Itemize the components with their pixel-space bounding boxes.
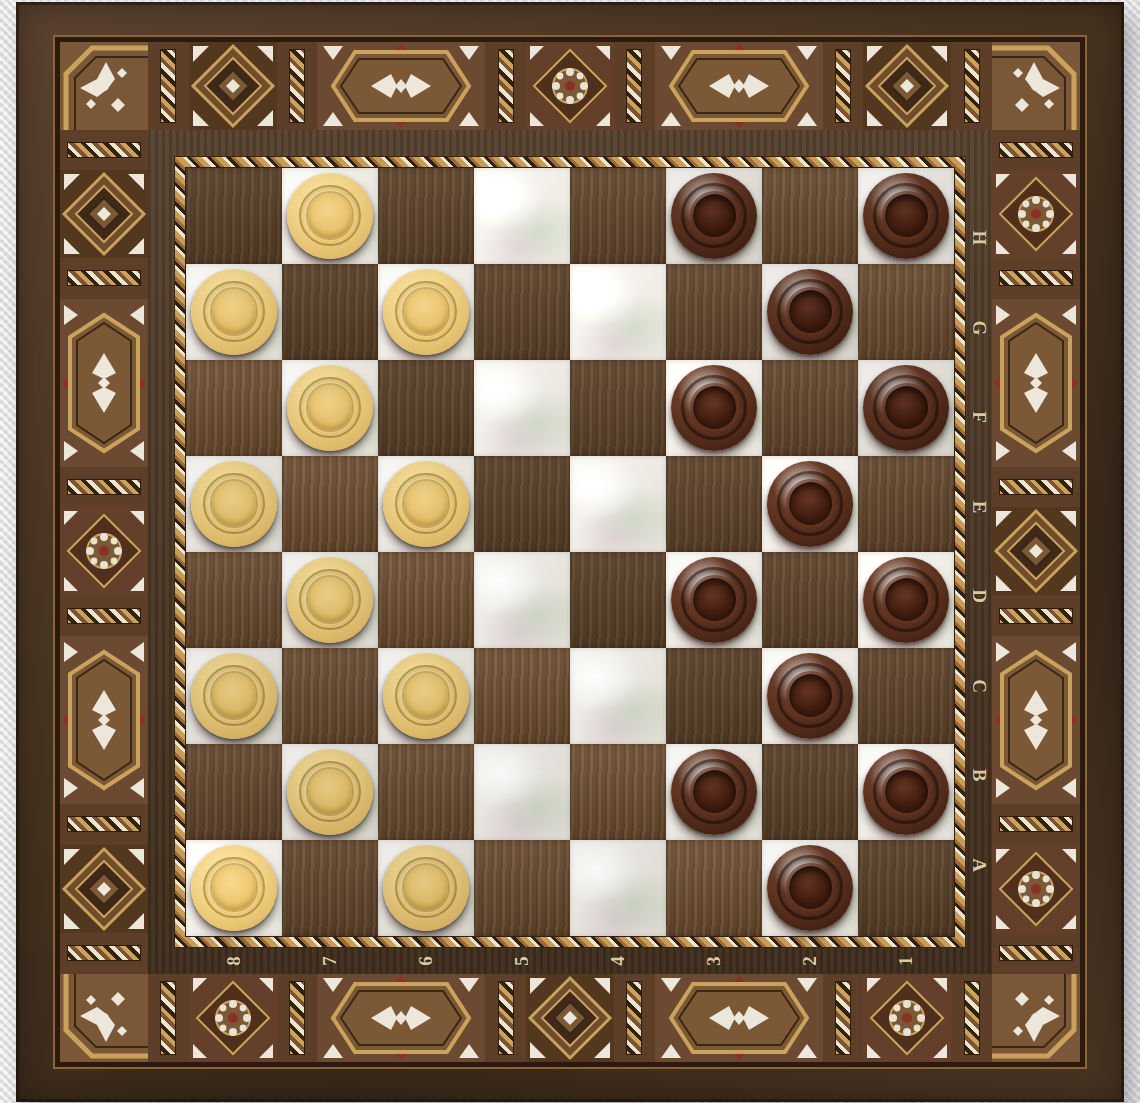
piece-ring: [395, 665, 457, 727]
square[interactable]: [570, 744, 666, 840]
checker-dark[interactable]: [863, 749, 949, 835]
square[interactable]: [474, 744, 570, 840]
piece-ring: [203, 473, 265, 535]
mosaic-chevron: [67, 270, 141, 286]
square[interactable]: [858, 360, 954, 456]
square[interactable]: [378, 360, 474, 456]
mosaic-corner-motif: [992, 42, 1080, 130]
square[interactable]: [378, 456, 474, 552]
square[interactable]: [666, 552, 762, 648]
mosaic-medallion: [992, 170, 1080, 258]
piece-ring: [873, 759, 938, 824]
file-label: 4: [570, 948, 666, 974]
file-labels: 87654321: [148, 948, 992, 974]
piece-ring: [299, 761, 361, 823]
square[interactable]: [858, 168, 954, 264]
checker-light[interactable]: [191, 269, 277, 355]
square[interactable]: [762, 552, 858, 648]
square[interactable]: [762, 648, 858, 744]
square[interactable]: [858, 744, 954, 840]
checker-light[interactable]: [191, 653, 277, 739]
inner-hatch-border: [174, 156, 966, 948]
mosaic-chevron: [999, 270, 1073, 286]
square[interactable]: [474, 456, 570, 552]
mosaic-corner: [60, 42, 148, 130]
mosaic-medallion: [189, 974, 277, 1062]
mosaic-medallion: [992, 636, 1080, 804]
piece-ring: [203, 281, 265, 343]
checker-dark[interactable]: [767, 653, 853, 739]
square[interactable]: [762, 456, 858, 552]
mosaic-medallion: [863, 42, 951, 130]
mosaic-medallion: [60, 845, 148, 933]
checker-dark[interactable]: [671, 173, 757, 259]
checker-dark[interactable]: [767, 845, 853, 931]
mosaic-medallion: [60, 636, 148, 804]
checker-dark[interactable]: [767, 461, 853, 547]
board-grid: [186, 168, 954, 936]
square[interactable]: [858, 264, 954, 360]
square[interactable]: [666, 840, 762, 936]
rank-label: G: [966, 283, 992, 373]
mosaic-chevron: [626, 49, 642, 123]
file-label: 6: [378, 948, 474, 974]
checker-dark[interactable]: [863, 365, 949, 451]
mosaic-chevron: [289, 49, 305, 123]
piece-ring: [777, 855, 842, 920]
checker-light[interactable]: [191, 461, 277, 547]
square[interactable]: [666, 360, 762, 456]
square[interactable]: [666, 264, 762, 360]
checker-light[interactable]: [287, 173, 373, 259]
checker-dark[interactable]: [767, 269, 853, 355]
checker-dark[interactable]: [863, 173, 949, 259]
photo-background: HGFEDCBA 87654321: [0, 0, 1140, 1103]
piece-ring: [395, 473, 457, 535]
mosaic-corner-motif: [60, 974, 148, 1062]
mosaic-chevron: [289, 981, 305, 1055]
rank-label: A: [966, 820, 992, 910]
square[interactable]: [762, 744, 858, 840]
checker-light[interactable]: [383, 845, 469, 931]
square[interactable]: [282, 168, 378, 264]
mosaic-medallion: [526, 42, 614, 130]
square[interactable]: [186, 264, 282, 360]
square[interactable]: [282, 840, 378, 936]
square[interactable]: [378, 840, 474, 936]
mosaic-chevron: [999, 479, 1073, 495]
square[interactable]: [186, 840, 282, 936]
piece-ring: [299, 377, 361, 439]
square[interactable]: [762, 264, 858, 360]
mosaic-chevron: [67, 142, 141, 158]
board-margin: HGFEDCBA 87654321: [148, 130, 992, 974]
file-label: 5: [474, 948, 570, 974]
square[interactable]: [666, 648, 762, 744]
square[interactable]: [378, 264, 474, 360]
checker-dark[interactable]: [671, 365, 757, 451]
square[interactable]: [474, 264, 570, 360]
mosaic-chevron: [67, 945, 141, 961]
mosaic-chevron: [964, 49, 980, 123]
mosaic-chevron: [67, 816, 141, 832]
piece-ring: [777, 279, 842, 344]
mosaic-chevron: [160, 49, 176, 123]
rank-label: H: [966, 194, 992, 284]
mosaic-medallion: [60, 507, 148, 595]
square[interactable]: [186, 360, 282, 456]
rank-label: D: [966, 552, 992, 642]
piece-ring: [299, 185, 361, 247]
checker-light[interactable]: [287, 365, 373, 451]
mosaic-corner: [60, 974, 148, 1062]
mosaic-chevron: [160, 981, 176, 1055]
piece-ring: [777, 663, 842, 728]
square[interactable]: [474, 840, 570, 936]
mosaic-border-top: [148, 42, 992, 130]
square[interactable]: [474, 552, 570, 648]
square[interactable]: [570, 360, 666, 456]
mosaic-chevron: [835, 981, 851, 1055]
mosaic-chevron: [999, 945, 1073, 961]
mosaic-corner-motif: [992, 974, 1080, 1062]
square[interactable]: [474, 168, 570, 264]
square[interactable]: [186, 648, 282, 744]
square[interactable]: [570, 648, 666, 744]
rank-label: B: [966, 731, 992, 821]
mosaic-chevron: [67, 479, 141, 495]
piece-ring: [873, 567, 938, 632]
square[interactable]: [666, 456, 762, 552]
mosaic-medallion: [992, 299, 1080, 467]
square[interactable]: [762, 168, 858, 264]
rank-label: C: [966, 641, 992, 731]
checker-light[interactable]: [383, 269, 469, 355]
square[interactable]: [858, 840, 954, 936]
mosaic-medallion: [317, 974, 485, 1062]
piece-ring: [873, 183, 938, 248]
mosaic-corner-motif: [60, 42, 148, 130]
file-label: 3: [666, 948, 762, 974]
rank-label: F: [966, 373, 992, 463]
file-label: 7: [282, 948, 378, 974]
square[interactable]: [186, 744, 282, 840]
mosaic-border-ring: HGFEDCBA 87654321: [60, 42, 1080, 1062]
mosaic-medallion: [655, 42, 823, 130]
piece-ring: [873, 375, 938, 440]
piece-ring: [681, 183, 746, 248]
square[interactable]: [282, 552, 378, 648]
square[interactable]: [186, 456, 282, 552]
mosaic-chevron: [999, 816, 1073, 832]
square[interactable]: [282, 648, 378, 744]
square[interactable]: [666, 744, 762, 840]
square[interactable]: [378, 648, 474, 744]
square[interactable]: [378, 168, 474, 264]
mosaic-medallion: [60, 170, 148, 258]
mosaic-chevron: [999, 608, 1073, 624]
square[interactable]: [858, 552, 954, 648]
square[interactable]: [858, 648, 954, 744]
mosaic-border-left: [60, 130, 148, 974]
checker-dark[interactable]: [863, 557, 949, 643]
mosaic-corner: [992, 42, 1080, 130]
square[interactable]: [570, 552, 666, 648]
file-label: 1: [858, 948, 954, 974]
mosaic-medallion: [992, 845, 1080, 933]
rank-labels: HGFEDCBA: [966, 156, 992, 948]
file-label: 2: [762, 948, 858, 974]
square[interactable]: [186, 168, 282, 264]
mosaic-corner: [992, 974, 1080, 1062]
mosaic-border-right: [992, 130, 1080, 974]
mosaic-chevron: [835, 49, 851, 123]
mosaic-medallion: [189, 42, 277, 130]
mosaic-chevron: [67, 608, 141, 624]
file-label: 8: [186, 948, 282, 974]
checker-light[interactable]: [191, 845, 277, 931]
square[interactable]: [186, 552, 282, 648]
piece-ring: [299, 569, 361, 631]
square[interactable]: [762, 360, 858, 456]
square[interactable]: [570, 168, 666, 264]
piece-ring: [395, 857, 457, 919]
piece-ring: [681, 567, 746, 632]
square[interactable]: [282, 360, 378, 456]
piece-ring: [203, 857, 265, 919]
mosaic-border-bottom: [148, 974, 992, 1062]
piece-ring: [203, 665, 265, 727]
square[interactable]: [474, 360, 570, 456]
square[interactable]: [282, 264, 378, 360]
mosaic-medallion: [60, 299, 148, 467]
rank-label: E: [966, 462, 992, 552]
mosaic-medallion: [992, 507, 1080, 595]
mosaic-medallion: [655, 974, 823, 1062]
mosaic-chevron: [498, 981, 514, 1055]
square[interactable]: [570, 456, 666, 552]
checker-dark[interactable]: [671, 557, 757, 643]
checker-light[interactable]: [287, 749, 373, 835]
square[interactable]: [378, 552, 474, 648]
piece-ring: [681, 375, 746, 440]
square[interactable]: [762, 840, 858, 936]
square[interactable]: [666, 168, 762, 264]
square[interactable]: [282, 744, 378, 840]
checker-light[interactable]: [383, 653, 469, 739]
square[interactable]: [474, 648, 570, 744]
piece-ring: [777, 471, 842, 536]
checker-dark[interactable]: [671, 749, 757, 835]
square[interactable]: [378, 744, 474, 840]
mosaic-medallion: [317, 42, 485, 130]
mosaic-chevron: [964, 981, 980, 1055]
square[interactable]: [282, 456, 378, 552]
square[interactable]: [570, 840, 666, 936]
piece-ring: [681, 759, 746, 824]
mosaic-chevron: [626, 981, 642, 1055]
checker-light[interactable]: [287, 557, 373, 643]
mosaic-chevron: [999, 142, 1073, 158]
square[interactable]: [858, 456, 954, 552]
mosaic-chevron: [498, 49, 514, 123]
checker-light[interactable]: [383, 461, 469, 547]
square[interactable]: [570, 264, 666, 360]
mosaic-medallion: [526, 974, 614, 1062]
piece-ring: [395, 281, 457, 343]
wood-frame: HGFEDCBA 87654321: [16, 2, 1124, 1102]
mosaic-medallion: [863, 974, 951, 1062]
